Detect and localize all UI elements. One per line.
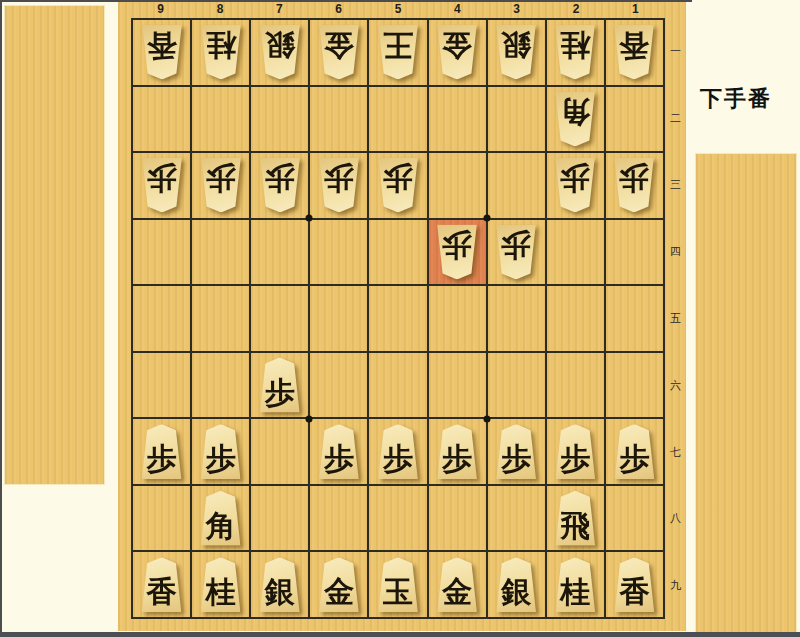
piece-kanji: 香: [147, 572, 177, 613]
piece-tile: 銀: [494, 557, 539, 612]
piece-kanji: 歩: [442, 439, 472, 480]
rank-label: 一: [665, 18, 686, 85]
piece-kanji: 飛: [560, 505, 590, 546]
piece-tile: 歩: [316, 158, 361, 213]
rank-labels: 一二三四五六七八九: [665, 18, 686, 619]
piece-tile: 銀: [257, 25, 302, 80]
piece-kanji: 歩: [147, 439, 177, 480]
piece-kanji: 金: [324, 25, 354, 66]
rank-label: 四: [665, 218, 686, 285]
board-cell[interactable]: 歩: [310, 153, 367, 218]
board-cell[interactable]: [133, 486, 190, 551]
shogi-piece-gote[interactable]: 歩: [198, 158, 243, 213]
board-cell[interactable]: 香: [133, 20, 190, 85]
piece-tile: 歩: [257, 158, 302, 213]
board-cell[interactable]: [310, 486, 367, 551]
shogi-piece-sente[interactable]: 桂: [198, 557, 243, 612]
board-cell[interactable]: [547, 286, 604, 351]
piece-kanji: 歩: [383, 439, 413, 480]
board-cell[interactable]: [251, 286, 308, 351]
file-label: 9: [131, 1, 190, 17]
board-cell[interactable]: [547, 220, 604, 285]
board-cell[interactable]: [369, 220, 426, 285]
rank-label: 六: [665, 352, 686, 419]
board-cell[interactable]: 角: [547, 87, 604, 152]
piece-kanji: 香: [619, 572, 649, 613]
board-cell[interactable]: 歩: [133, 419, 190, 484]
board-cell[interactable]: [310, 87, 367, 152]
piece-tile: 歩: [494, 424, 539, 479]
board-cell[interactable]: [429, 286, 486, 351]
shogi-piece-sente[interactable]: 歩: [375, 424, 420, 479]
board-cell[interactable]: 桂: [192, 552, 249, 617]
shogi-piece-sente[interactable]: 香: [612, 557, 657, 612]
piece-tile: 角: [553, 91, 598, 146]
board-cell[interactable]: [429, 353, 486, 418]
shogi-piece-sente[interactable]: 香: [139, 557, 184, 612]
board-cell[interactable]: 香: [606, 552, 663, 617]
board-cell[interactable]: 歩: [547, 419, 604, 484]
board-cell[interactable]: 桂: [192, 20, 249, 85]
piece-tile: 香: [139, 557, 184, 612]
piece-tile: 香: [612, 25, 657, 80]
shogi-piece-sente[interactable]: 歩: [553, 424, 598, 479]
turn-indicator: 下手番: [700, 84, 796, 114]
board-cell[interactable]: 金: [429, 552, 486, 617]
rank-label: 七: [665, 419, 686, 486]
piece-kanji: 角: [206, 505, 236, 546]
window-frame-left: [0, 0, 2, 637]
shogi-piece-gote[interactable]: 金: [435, 25, 480, 80]
board-cell[interactable]: 歩: [133, 153, 190, 218]
board-cell[interactable]: 歩: [310, 419, 367, 484]
board-cell[interactable]: [488, 286, 545, 351]
board-cell[interactable]: 銀: [488, 552, 545, 617]
piece-kanji: 銀: [265, 25, 295, 66]
piece-kanji: 桂: [560, 572, 590, 613]
piece-tile: 歩: [257, 358, 302, 413]
board-cell[interactable]: 歩: [488, 419, 545, 484]
board-cell[interactable]: 歩: [192, 153, 249, 218]
piece-kanji: 歩: [442, 224, 472, 265]
file-label: 1: [606, 1, 665, 17]
window-frame-top: [0, 0, 692, 2]
board-cell[interactable]: 桂: [547, 20, 604, 85]
rank-label: 五: [665, 285, 686, 352]
piece-tile: 金: [435, 25, 480, 80]
board-cell[interactable]: [133, 220, 190, 285]
board-cell[interactable]: [251, 220, 308, 285]
rank-label: 九: [665, 552, 686, 619]
board-cell[interactable]: 金: [310, 552, 367, 617]
piece-kanji: 歩: [383, 158, 413, 199]
piece-tile: 飛: [553, 491, 598, 546]
board-cell[interactable]: 歩: [488, 220, 545, 285]
board-cell[interactable]: [429, 153, 486, 218]
piece-tile: 歩: [375, 158, 420, 213]
piece-tile: 香: [612, 557, 657, 612]
piece-tile: 桂: [553, 25, 598, 80]
file-label: 6: [309, 1, 368, 17]
board-cell[interactable]: [192, 286, 249, 351]
piece-kanji: 歩: [560, 158, 590, 199]
piece-tile: 王: [375, 25, 420, 80]
shogi-piece-sente[interactable]: 金: [435, 557, 480, 612]
file-label: 4: [428, 1, 487, 17]
board-cell[interactable]: 歩: [606, 153, 663, 218]
board-cell[interactable]: [606, 286, 663, 351]
piece-tile: 歩: [553, 424, 598, 479]
board-cell[interactable]: [192, 353, 249, 418]
shogi-piece-gote[interactable]: 歩: [612, 158, 657, 213]
board-cell[interactable]: [488, 153, 545, 218]
piece-kanji: 歩: [265, 158, 295, 199]
board-cell[interactable]: [133, 87, 190, 152]
board-cell[interactable]: 金: [310, 20, 367, 85]
rank-label: 二: [665, 85, 686, 152]
piece-kanji: 玉: [383, 572, 413, 613]
piece-tile: 歩: [612, 158, 657, 213]
piece-kanji: 香: [619, 25, 649, 66]
piece-tile: 歩: [375, 424, 420, 479]
shogi-piece-gote[interactable]: 桂: [553, 25, 598, 80]
piece-kanji: 桂: [560, 25, 590, 66]
file-label: 5: [368, 1, 427, 17]
board-cell[interactable]: 銀: [488, 20, 545, 85]
shogi-piece-sente[interactable]: 歩: [435, 424, 480, 479]
board-cell[interactable]: 飛: [547, 486, 604, 551]
board-cell[interactable]: [606, 220, 663, 285]
shogi-piece-gote[interactable]: 香: [139, 25, 184, 80]
board-cell[interactable]: 歩: [251, 353, 308, 418]
piece-tile: 歩: [139, 424, 184, 479]
komadai-sente: [695, 153, 797, 633]
shogi-piece-gote[interactable]: 歩: [375, 158, 420, 213]
board-cell[interactable]: 歩: [547, 153, 604, 218]
piece-kanji: 歩: [206, 158, 236, 199]
board-cell[interactable]: [369, 353, 426, 418]
piece-tile: 歩: [494, 224, 539, 279]
shogi-piece-gote[interactable]: 歩: [257, 158, 302, 213]
piece-kanji: 金: [442, 572, 472, 613]
board-cell[interactable]: 玉: [369, 552, 426, 617]
board-cell[interactable]: [251, 419, 308, 484]
piece-tile: 歩: [435, 224, 480, 279]
board-cell[interactable]: [606, 87, 663, 152]
piece-kanji: 銀: [501, 25, 531, 66]
board-cell[interactable]: 歩: [369, 419, 426, 484]
shogi-piece-sente[interactable]: 金: [316, 557, 361, 612]
shogi-piece-sente[interactable]: 桂: [553, 557, 598, 612]
shogi-piece-sente[interactable]: 飛: [553, 491, 598, 546]
piece-tile: 桂: [553, 557, 598, 612]
shogi-piece-sente[interactable]: 歩: [316, 424, 361, 479]
board-cell[interactable]: [251, 486, 308, 551]
piece-tile: 歩: [198, 424, 243, 479]
piece-kanji: 歩: [619, 158, 649, 199]
shogi-piece-sente[interactable]: 歩: [139, 424, 184, 479]
piece-tile: 歩: [435, 424, 480, 479]
piece-kanji: 歩: [324, 439, 354, 480]
file-label: 3: [487, 1, 546, 17]
piece-tile: 金: [435, 557, 480, 612]
piece-tile: 桂: [198, 25, 243, 80]
piece-tile: 歩: [553, 158, 598, 213]
shogi-piece-sente[interactable]: 銀: [257, 557, 302, 612]
rank-label: 三: [665, 152, 686, 219]
board-cell[interactable]: [606, 486, 663, 551]
board-cell[interactable]: 金: [429, 20, 486, 85]
file-label: 8: [190, 1, 249, 17]
piece-tile: 桂: [198, 557, 243, 612]
piece-kanji: 歩: [265, 372, 295, 413]
board-cell[interactable]: [488, 353, 545, 418]
board-cell[interactable]: [369, 87, 426, 152]
board-cell[interactable]: [133, 353, 190, 418]
shogi-piece-gote[interactable]: 角: [553, 91, 598, 146]
piece-kanji: 桂: [206, 572, 236, 613]
board-cell[interactable]: [310, 353, 367, 418]
board-cell[interactable]: [488, 486, 545, 551]
board-cell[interactable]: [192, 220, 249, 285]
piece-tile: 銀: [494, 25, 539, 80]
board-cell[interactable]: [192, 87, 249, 152]
piece-tile: 歩: [198, 158, 243, 213]
board-cell[interactable]: [606, 353, 663, 418]
board-cell[interactable]: 角: [192, 486, 249, 551]
shogi-piece-gote[interactable]: 歩: [553, 158, 598, 213]
board-cell[interactable]: [369, 286, 426, 351]
board-cell[interactable]: 歩: [606, 419, 663, 484]
piece-tile: 金: [316, 25, 361, 80]
piece-kanji: 桂: [206, 25, 236, 66]
shogi-piece-sente[interactable]: 歩: [198, 424, 243, 479]
board-cell[interactable]: [310, 286, 367, 351]
piece-kanji: 歩: [501, 439, 531, 480]
piece-kanji: 歩: [501, 224, 531, 265]
shogi-piece-gote[interactable]: 桂: [198, 25, 243, 80]
piece-kanji: 歩: [324, 158, 354, 199]
piece-tile: 玉: [375, 557, 420, 612]
shogi-piece-gote[interactable]: 金: [316, 25, 361, 80]
rank-label: 八: [665, 485, 686, 552]
board-cell[interactable]: [133, 286, 190, 351]
piece-kanji: 金: [442, 25, 472, 66]
shogi-piece-sente[interactable]: 銀: [494, 557, 539, 612]
shogi-piece-gote[interactable]: 歩: [316, 158, 361, 213]
shogi-piece-gote[interactable]: 歩: [435, 224, 480, 279]
shogi-piece-gote[interactable]: 王: [375, 25, 420, 80]
piece-tile: 金: [316, 557, 361, 612]
piece-kanji: 銀: [265, 572, 295, 613]
board-cell[interactable]: [429, 486, 486, 551]
board-cell-highlighted[interactable]: 歩: [429, 220, 486, 285]
piece-tile: 銀: [257, 557, 302, 612]
piece-kanji: 角: [560, 91, 590, 132]
komadai-gote: [4, 5, 105, 485]
window-frame-bottom: [0, 632, 800, 637]
piece-kanji: 歩: [619, 439, 649, 480]
shogi-piece-sente[interactable]: 歩: [494, 424, 539, 479]
board-cell[interactable]: 歩: [251, 153, 308, 218]
board-cell[interactable]: 歩: [369, 153, 426, 218]
piece-tile: 歩: [612, 424, 657, 479]
piece-tile: 香: [139, 25, 184, 80]
board-cell[interactable]: 香: [133, 552, 190, 617]
board-grid: 香桂銀金王金銀桂香角歩歩歩歩歩歩歩歩歩歩歩歩歩歩歩歩歩歩角飛香桂銀金玉金銀桂香: [131, 18, 665, 619]
shogi-piece-sente[interactable]: 玉: [375, 557, 420, 612]
board-cell[interactable]: [547, 353, 604, 418]
board-cell[interactable]: 桂: [547, 552, 604, 617]
shogi-piece-sente[interactable]: 歩: [257, 358, 302, 413]
piece-kanji: 歩: [147, 158, 177, 199]
board-cell[interactable]: [310, 220, 367, 285]
piece-tile: 歩: [316, 424, 361, 479]
shogi-piece-gote[interactable]: 歩: [494, 224, 539, 279]
file-labels: 987654321: [131, 1, 665, 17]
piece-kanji: 金: [324, 572, 354, 613]
shogi-piece-gote[interactable]: 銀: [494, 25, 539, 80]
shogi-piece-sente[interactable]: 角: [198, 491, 243, 546]
shogi-piece-gote[interactable]: 香: [612, 25, 657, 80]
board-cell[interactable]: 香: [606, 20, 663, 85]
piece-kanji: 香: [147, 25, 177, 66]
shogi-piece-gote[interactable]: 銀: [257, 25, 302, 80]
board-cell[interactable]: 歩: [192, 419, 249, 484]
piece-tile: 角: [198, 491, 243, 546]
file-label: 2: [546, 1, 605, 17]
board-cell[interactable]: [251, 87, 308, 152]
shogi-piece-gote[interactable]: 歩: [139, 158, 184, 213]
shogi-app-window: 987654321 一二三四五六七八九 香桂銀金王金銀桂香角歩歩歩歩歩歩歩歩歩歩…: [0, 0, 800, 637]
piece-kanji: 歩: [206, 439, 236, 480]
board-cell[interactable]: 王: [369, 20, 426, 85]
piece-kanji: 銀: [501, 572, 531, 613]
board-cell[interactable]: [429, 87, 486, 152]
piece-kanji: 歩: [560, 439, 590, 480]
piece-tile: 歩: [139, 158, 184, 213]
piece-kanji: 王: [383, 25, 413, 66]
board-cell[interactable]: [488, 87, 545, 152]
board-cell[interactable]: [369, 486, 426, 551]
shogi-piece-sente[interactable]: 歩: [612, 424, 657, 479]
file-label: 7: [250, 1, 309, 17]
board-cell[interactable]: 銀: [251, 20, 308, 85]
board-cell[interactable]: 歩: [429, 419, 486, 484]
board-cell[interactable]: 銀: [251, 552, 308, 617]
